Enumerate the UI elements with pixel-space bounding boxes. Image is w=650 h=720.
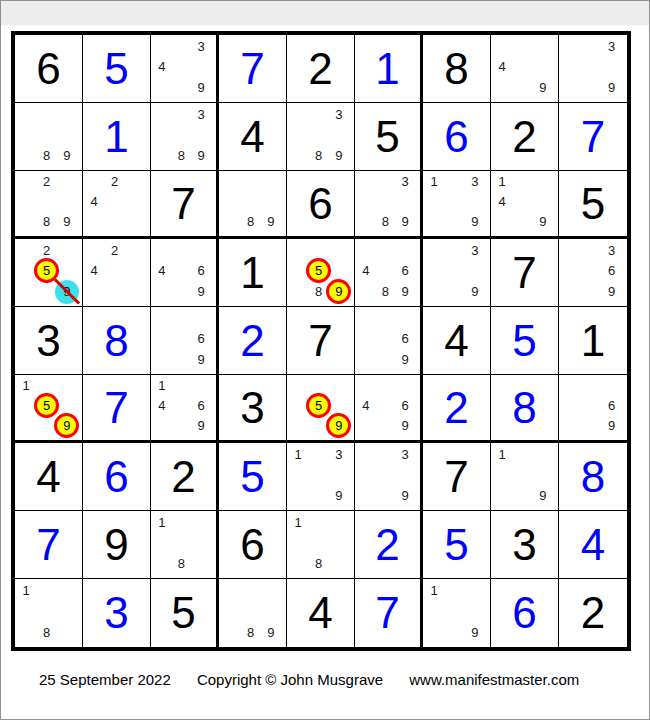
candidate-digit: 4 xyxy=(492,57,512,78)
pencilmarks: 24 xyxy=(84,240,145,302)
candidate-digit: 3 xyxy=(191,104,211,125)
pencilmarks: 19 xyxy=(424,580,485,643)
candidate-digit: 8 xyxy=(240,212,260,232)
given-digit: 2 xyxy=(151,443,216,510)
candidate-highlighted: 9 xyxy=(329,416,349,436)
pencilmarks: 69 xyxy=(152,308,211,370)
candidate-digit: 9 xyxy=(191,349,211,370)
cell-r8c5[interactable]: 18 xyxy=(287,511,355,579)
cell-r3c1[interactable]: 289 xyxy=(15,171,83,239)
cell-r1c9[interactable]: 39 xyxy=(559,35,627,103)
cell-r6c3[interactable]: 1469 xyxy=(151,375,219,443)
candidate-digit: 1 xyxy=(288,512,308,533)
cell-r5c3[interactable]: 69 xyxy=(151,307,219,375)
cell-r8c2[interactable]: 9 xyxy=(83,511,151,579)
candidate-digit: 9 xyxy=(191,77,211,98)
cell-r4c7[interactable]: 39 xyxy=(423,239,491,307)
candidate-digit: 9 xyxy=(533,77,553,98)
given-digit: 1 xyxy=(219,239,286,306)
highlight-circle: 5 xyxy=(34,393,59,418)
cell-r6c1[interactable]: 159 xyxy=(15,375,83,443)
cell-r1c8[interactable]: 49 xyxy=(491,35,559,103)
candidate-highlighted: 5 xyxy=(36,396,56,416)
solved-digit: 8 xyxy=(559,443,627,510)
cell-r2c8[interactable]: 2 xyxy=(491,103,559,171)
given-digit: 5 xyxy=(355,103,420,170)
candidate-digit: 8 xyxy=(376,281,396,302)
cell-r9c9[interactable]: 2 xyxy=(559,579,627,647)
cell-r6c2[interactable]: 7 xyxy=(83,375,151,443)
cell-r8c6[interactable]: 2 xyxy=(355,511,423,579)
candidate-digit: 9 xyxy=(533,212,553,232)
cell-r8c3[interactable]: 18 xyxy=(151,511,219,579)
candidate-digit: 8 xyxy=(308,145,328,166)
cell-r7c1[interactable]: 4 xyxy=(15,443,83,511)
given-digit: 7 xyxy=(491,239,558,306)
given-digit: 2 xyxy=(559,579,627,647)
solved-digit: 5 xyxy=(491,307,558,374)
solved-digit: 6 xyxy=(491,579,558,647)
candidate-digit: 6 xyxy=(191,329,211,350)
candidate-digit: 4 xyxy=(152,261,172,282)
pencilmarks: 59 xyxy=(288,376,349,436)
cell-r5c7[interactable]: 4 xyxy=(423,307,491,375)
solved-digit: 2 xyxy=(355,511,420,578)
solved-digit: 5 xyxy=(83,35,150,102)
cell-r2c1[interactable]: 89 xyxy=(15,103,83,171)
solved-digit: 7 xyxy=(559,103,627,170)
page: 6534972184939891389438956272892478963891… xyxy=(0,0,650,720)
given-digit: 6 xyxy=(15,35,82,102)
cell-r7c3[interactable]: 2 xyxy=(151,443,219,511)
cell-r6c8[interactable]: 8 xyxy=(491,375,559,443)
cell-r7c4[interactable]: 5 xyxy=(219,443,287,511)
window-top-strip xyxy=(1,1,649,26)
solved-digit: 5 xyxy=(219,443,286,510)
candidate-digit: 3 xyxy=(191,36,211,57)
pencilmarks: 19 xyxy=(492,444,553,506)
candidate-digit: 8 xyxy=(172,553,192,574)
given-digit: 9 xyxy=(83,511,150,578)
given-digit: 5 xyxy=(559,171,627,236)
cell-r5c4[interactable]: 2 xyxy=(219,307,287,375)
candidate-highlighted: 5 xyxy=(308,396,328,416)
pencilmarks: 259 xyxy=(16,240,77,302)
given-digit: 4 xyxy=(219,103,286,170)
pencilmarks: 18 xyxy=(288,512,349,574)
highlight-circle: 9 xyxy=(326,279,351,304)
solved-digit: 6 xyxy=(83,443,150,510)
cell-r4c9[interactable]: 369 xyxy=(559,239,627,307)
candidate-digit: 3 xyxy=(465,172,485,192)
pencilmarks: 469 xyxy=(152,240,211,302)
candidate-digit: 1 xyxy=(16,376,36,396)
pencilmarks: 589 xyxy=(288,240,349,302)
cell-r8c9[interactable]: 4 xyxy=(559,511,627,579)
solved-digit: 6 xyxy=(423,103,490,170)
candidate-digit: 8 xyxy=(36,212,56,232)
given-digit: 7 xyxy=(151,171,216,236)
candidate-digit: 3 xyxy=(329,444,349,465)
cell-r4c8[interactable]: 7 xyxy=(491,239,559,307)
cell-r6c6[interactable]: 469 xyxy=(355,375,423,443)
cell-r2c9[interactable]: 7 xyxy=(559,103,627,171)
candidate-digit: 9 xyxy=(57,212,77,232)
candidate-digit: 4 xyxy=(356,396,376,416)
pencilmarks: 49 xyxy=(492,36,553,98)
candidate-highlighted: 9 xyxy=(57,416,77,436)
candidate-digit: 6 xyxy=(395,329,415,350)
candidate-digit: 6 xyxy=(601,396,622,416)
cell-r4c4[interactable]: 1 xyxy=(219,239,287,307)
cell-r6c4[interactable]: 3 xyxy=(219,375,287,443)
cell-r2c5[interactable]: 389 xyxy=(287,103,355,171)
cell-r7c6[interactable]: 39 xyxy=(355,443,423,511)
pencilmarks: 39 xyxy=(424,240,485,302)
candidate-highlighted: 5 xyxy=(36,261,56,282)
cell-r6c5[interactable]: 59 xyxy=(287,375,355,443)
cell-r9c8[interactable]: 6 xyxy=(491,579,559,647)
cell-r9c4[interactable]: 89 xyxy=(219,579,287,647)
candidate-digit: 6 xyxy=(191,396,211,416)
candidate-digit: 4 xyxy=(84,192,104,212)
cell-r4c1[interactable]: 259 xyxy=(15,239,83,307)
cell-r3c3[interactable]: 7 xyxy=(151,171,219,239)
solved-digit: 2 xyxy=(423,375,490,440)
cell-r9c1[interactable]: 18 xyxy=(15,579,83,647)
pencilmarks: 159 xyxy=(16,376,77,436)
pencilmarks: 24 xyxy=(84,172,145,232)
candidate-digit: 9 xyxy=(57,145,77,166)
candidate-digit: 9 xyxy=(465,212,485,232)
cell-r3c7[interactable]: 139 xyxy=(423,171,491,239)
cell-r1c2[interactable]: 5 xyxy=(83,35,151,103)
candidate-digit: 9 xyxy=(261,622,281,643)
given-digit: 3 xyxy=(219,375,286,440)
candidate-digit: 9 xyxy=(601,281,622,302)
cell-r2c3[interactable]: 389 xyxy=(151,103,219,171)
cell-r3c5[interactable]: 6 xyxy=(287,171,355,239)
candidate-eliminated: 9 xyxy=(57,281,77,302)
highlight-circle: 5 xyxy=(306,258,331,283)
cell-r7c7[interactable]: 7 xyxy=(423,443,491,511)
candidate-digit: 9 xyxy=(395,485,415,506)
cell-r1c7[interactable]: 8 xyxy=(423,35,491,103)
candidate-digit: 2 xyxy=(36,172,56,192)
pencilmarks: 89 xyxy=(220,172,281,232)
pencilmarks: 139 xyxy=(288,444,349,506)
candidate-digit: 1 xyxy=(424,580,444,601)
cell-r7c5[interactable]: 139 xyxy=(287,443,355,511)
solved-digit: 1 xyxy=(83,103,150,170)
cell-r5c1[interactable]: 3 xyxy=(15,307,83,375)
pencilmarks: 4689 xyxy=(356,240,415,302)
cell-r1c4[interactable]: 7 xyxy=(219,35,287,103)
elimination-mark: 9 xyxy=(55,280,79,304)
cell-r1c3[interactable]: 349 xyxy=(151,35,219,103)
solved-digit: 3 xyxy=(83,579,150,647)
pencilmarks: 149 xyxy=(492,172,553,232)
cell-r1c5[interactable]: 2 xyxy=(287,35,355,103)
candidate-digit: 6 xyxy=(395,261,415,282)
cell-r7c8[interactable]: 19 xyxy=(491,443,559,511)
cell-r8c4[interactable]: 6 xyxy=(219,511,287,579)
candidate-highlighted: 5 xyxy=(308,261,328,282)
candidate-digit: 8 xyxy=(376,212,396,232)
cell-r4c5[interactable]: 589 xyxy=(287,239,355,307)
cell-r2c4[interactable]: 4 xyxy=(219,103,287,171)
cell-r5c9[interactable]: 1 xyxy=(559,307,627,375)
candidate-digit: 9 xyxy=(191,416,211,436)
candidate-digit: 4 xyxy=(152,57,172,78)
pencilmarks: 469 xyxy=(356,376,415,436)
candidate-digit: 1 xyxy=(152,512,172,533)
cell-r3c9[interactable]: 5 xyxy=(559,171,627,239)
cell-r9c6[interactable]: 7 xyxy=(355,579,423,647)
footer-date: 25 September 2022 xyxy=(39,671,171,688)
footer-copyright: Copyright © John Musgrave xyxy=(197,671,383,688)
given-digit: 3 xyxy=(491,511,558,578)
given-digit: 5 xyxy=(151,579,216,647)
highlight-circle: 9 xyxy=(54,413,79,438)
candidate-digit: 4 xyxy=(84,261,104,282)
cell-r1c6[interactable]: 1 xyxy=(355,35,423,103)
candidate-digit: 9 xyxy=(329,485,349,506)
candidate-digit: 6 xyxy=(395,396,415,416)
cell-r8c7[interactable]: 5 xyxy=(423,511,491,579)
candidate-digit: 3 xyxy=(601,240,622,261)
given-digit: 2 xyxy=(491,103,558,170)
candidate-digit: 8 xyxy=(308,553,328,574)
candidate-digit: 9 xyxy=(261,212,281,232)
candidate-digit: 1 xyxy=(152,376,172,396)
candidate-digit: 2 xyxy=(104,240,124,261)
candidate-digit: 1 xyxy=(492,172,512,192)
candidate-digit: 9 xyxy=(191,145,211,166)
given-digit: 7 xyxy=(287,307,354,374)
given-digit: 1 xyxy=(559,307,627,374)
given-digit: 2 xyxy=(287,35,354,102)
candidate-digit: 3 xyxy=(395,172,415,192)
solved-digit: 7 xyxy=(15,511,82,578)
cell-r3c4[interactable]: 89 xyxy=(219,171,287,239)
pencilmarks: 369 xyxy=(560,240,622,302)
candidate-digit: 6 xyxy=(191,261,211,282)
given-digit: 8 xyxy=(423,35,490,102)
cell-r9c7[interactable]: 19 xyxy=(423,579,491,647)
cell-r6c7[interactable]: 2 xyxy=(423,375,491,443)
candidate-digit: 9 xyxy=(395,416,415,436)
highlight-circle: 9 xyxy=(326,413,351,438)
cell-r2c6[interactable]: 5 xyxy=(355,103,423,171)
cell-r2c7[interactable]: 6 xyxy=(423,103,491,171)
cell-r5c2[interactable]: 8 xyxy=(83,307,151,375)
cell-r7c2[interactable]: 6 xyxy=(83,443,151,511)
candidate-digit: 3 xyxy=(395,444,415,465)
pencilmarks: 69 xyxy=(560,376,622,436)
solved-digit: 8 xyxy=(83,307,150,374)
candidate-digit: 1 xyxy=(288,444,308,465)
cell-r7c9[interactable]: 8 xyxy=(559,443,627,511)
cell-r3c8[interactable]: 149 xyxy=(491,171,559,239)
pencilmarks: 18 xyxy=(152,512,211,574)
candidate-digit: 6 xyxy=(601,261,622,282)
candidate-digit: 4 xyxy=(356,261,376,282)
candidate-digit: 1 xyxy=(16,580,36,601)
cell-r5c8[interactable]: 5 xyxy=(491,307,559,375)
candidate-digit: 3 xyxy=(601,36,622,57)
given-digit: 6 xyxy=(287,171,354,236)
footer-website: www.manifestmaster.com xyxy=(409,671,579,688)
candidate-digit: 9 xyxy=(465,622,485,643)
candidate-highlighted: 9 xyxy=(329,281,349,302)
given-digit: 4 xyxy=(287,579,354,647)
pencilmarks: 69 xyxy=(356,308,415,370)
cell-r5c6[interactable]: 69 xyxy=(355,307,423,375)
candidate-digit: 9 xyxy=(533,485,553,506)
candidate-digit: 9 xyxy=(191,281,211,302)
candidate-digit: 9 xyxy=(601,77,622,98)
candidate-digit: 3 xyxy=(465,240,485,261)
given-digit: 7 xyxy=(423,443,490,510)
given-digit: 3 xyxy=(15,307,82,374)
solved-digit: 1 xyxy=(355,35,420,102)
pencilmarks: 1469 xyxy=(152,376,211,436)
candidate-digit: 9 xyxy=(395,349,415,370)
candidate-digit: 8 xyxy=(172,145,192,166)
cell-r2c2[interactable]: 1 xyxy=(83,103,151,171)
cell-r3c2[interactable]: 24 xyxy=(83,171,151,239)
solved-digit: 7 xyxy=(219,35,286,102)
candidate-digit: 4 xyxy=(492,192,512,212)
solved-digit: 4 xyxy=(559,511,627,578)
cell-r5c5[interactable]: 7 xyxy=(287,307,355,375)
candidate-digit: 9 xyxy=(601,416,622,436)
footer: 25 September 2022 Copyright © John Musgr… xyxy=(39,671,601,688)
pencilmarks: 389 xyxy=(152,104,211,166)
candidate-digit: 9 xyxy=(465,281,485,302)
cell-r4c3[interactable]: 469 xyxy=(151,239,219,307)
cell-r4c6[interactable]: 4689 xyxy=(355,239,423,307)
given-digit: 6 xyxy=(219,511,286,578)
cell-r8c1[interactable]: 7 xyxy=(15,511,83,579)
given-digit: 4 xyxy=(423,307,490,374)
pencilmarks: 349 xyxy=(152,36,211,98)
candidate-digit: 1 xyxy=(424,172,444,192)
cell-r9c3[interactable]: 5 xyxy=(151,579,219,647)
pencilmarks: 139 xyxy=(424,172,485,232)
given-digit: 4 xyxy=(15,443,82,510)
candidate-digit: 2 xyxy=(104,172,124,192)
solved-digit: 7 xyxy=(355,579,420,647)
solved-digit: 8 xyxy=(491,375,558,440)
candidate-digit: 1 xyxy=(492,444,512,465)
candidate-digit: 9 xyxy=(395,212,415,232)
pencilmarks: 389 xyxy=(356,172,415,232)
candidate-digit: 8 xyxy=(36,145,56,166)
candidate-digit: 8 xyxy=(240,622,260,643)
pencilmarks: 39 xyxy=(356,444,415,506)
candidate-digit: 3 xyxy=(329,104,349,125)
highlight-circle: 5 xyxy=(306,393,331,418)
cell-r1c1[interactable]: 6 xyxy=(15,35,83,103)
cell-r9c5[interactable]: 4 xyxy=(287,579,355,647)
candidate-digit: 9 xyxy=(329,145,349,166)
cell-r8c8[interactable]: 3 xyxy=(491,511,559,579)
pencilmarks: 39 xyxy=(560,36,622,98)
candidate-digit: 9 xyxy=(395,281,415,302)
cell-r9c2[interactable]: 3 xyxy=(83,579,151,647)
candidate-digit: 8 xyxy=(36,622,56,643)
pencilmarks: 89 xyxy=(16,104,77,166)
solved-digit: 7 xyxy=(83,375,150,440)
cell-r6c9[interactable]: 69 xyxy=(559,375,627,443)
pencilmarks: 18 xyxy=(16,580,77,643)
pencilmarks: 389 xyxy=(288,104,349,166)
sudoku-board: 6534972184939891389438956272892478963891… xyxy=(11,31,631,651)
cell-r3c6[interactable]: 389 xyxy=(355,171,423,239)
solved-digit: 5 xyxy=(423,511,490,578)
candidate-digit: 4 xyxy=(152,396,172,416)
cell-r4c2[interactable]: 24 xyxy=(83,239,151,307)
pencilmarks: 289 xyxy=(16,172,77,232)
pencilmarks: 89 xyxy=(220,580,281,643)
solved-digit: 2 xyxy=(219,307,286,374)
